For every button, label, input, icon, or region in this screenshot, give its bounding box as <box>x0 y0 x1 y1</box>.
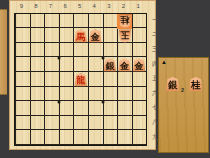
board-square-7九[interactable] <box>44 131 59 146</box>
piece-glyph: 銀 <box>168 79 178 92</box>
board-square-6六[interactable] <box>59 87 74 102</box>
board-square-9八[interactable] <box>15 116 30 131</box>
board-square-2三[interactable] <box>117 43 132 58</box>
board-square-8四[interactable] <box>30 58 45 73</box>
board-square-4八[interactable] <box>88 116 103 131</box>
file-label: 6 <box>58 2 73 11</box>
board-square-5八[interactable] <box>73 116 88 131</box>
board-square-5四[interactable] <box>73 58 88 73</box>
board-square-8九[interactable] <box>30 131 45 146</box>
board-square-3七[interactable] <box>103 102 118 117</box>
rank-label: 一 <box>148 13 162 28</box>
file-label: 5 <box>72 2 87 11</box>
piece-glyph: 龍 <box>76 76 85 86</box>
hand-piece-銀[interactable]: 銀 <box>166 77 179 91</box>
board-square-5三[interactable] <box>73 43 88 58</box>
board-square-6四[interactable] <box>59 58 74 73</box>
board-square-8二[interactable] <box>30 29 45 44</box>
board-square-6八[interactable] <box>59 116 74 131</box>
board-square-4九[interactable] <box>88 131 103 146</box>
board-square-8三[interactable] <box>30 43 45 58</box>
board-square-8五[interactable] <box>30 72 45 87</box>
board-square-8八[interactable] <box>30 116 45 131</box>
board-square-4七[interactable] <box>88 102 103 117</box>
file-label: 2 <box>116 2 131 11</box>
board-square-9四[interactable] <box>15 58 30 73</box>
board-square-1八[interactable] <box>132 116 147 131</box>
rank-label: 二 <box>148 28 162 43</box>
board-square-7八[interactable] <box>44 116 59 131</box>
board-square-1九[interactable] <box>132 131 147 146</box>
board-square-2五[interactable] <box>117 72 132 87</box>
rank-label: 三 <box>148 42 162 57</box>
board-square-9六[interactable] <box>15 87 30 102</box>
board-square-2九[interactable] <box>117 131 132 146</box>
piece-glyph: 桂 <box>120 15 129 25</box>
board-square-6一[interactable] <box>59 14 74 29</box>
board-square-1二[interactable] <box>132 29 147 44</box>
piece-sente-銀-3四[interactable]: 銀 <box>104 58 116 71</box>
hand-piece-桂[interactable]: 桂 <box>189 77 202 91</box>
board-square-5六[interactable] <box>73 87 88 102</box>
board-square-1五[interactable] <box>132 72 147 87</box>
board-square-9九[interactable] <box>15 131 30 146</box>
file-label: 1 <box>131 2 146 11</box>
piece-glyph: 玉 <box>120 30 129 40</box>
shogi-board-grid[interactable]: 桂玉馬金銀金金龍 <box>14 13 147 146</box>
board-square-6二[interactable] <box>59 29 74 44</box>
board-square-3二[interactable] <box>103 29 118 44</box>
board-square-5九[interactable] <box>73 131 88 146</box>
board-square-4五[interactable] <box>88 72 103 87</box>
board-square-1三[interactable] <box>132 43 147 58</box>
board-square-4六[interactable] <box>88 87 103 102</box>
file-label: 8 <box>29 2 44 11</box>
board-square-6七[interactable] <box>59 102 74 117</box>
board-square-6九[interactable] <box>59 131 74 146</box>
piece-sente-馬-5二[interactable]: 馬 <box>74 29 86 42</box>
board-square-5一[interactable] <box>73 14 88 29</box>
piece-glyph: 金 <box>91 32 100 42</box>
board-square-4一[interactable] <box>88 14 103 29</box>
sente-komadai: ▲ 銀2桂 <box>158 57 209 153</box>
piece-sente-金-1四[interactable]: 金 <box>133 58 145 71</box>
board-square-7五[interactable] <box>44 72 59 87</box>
piece-glyph: 桂 <box>191 79 201 92</box>
board-square-7七[interactable] <box>44 102 59 117</box>
file-label: 4 <box>87 2 102 11</box>
hand-piece-count: 2 <box>181 87 184 93</box>
board-square-7四[interactable] <box>44 58 59 73</box>
piece-sente-金-4二[interactable]: 金 <box>89 29 101 42</box>
board-square-3一[interactable] <box>103 14 118 29</box>
board-square-3八[interactable] <box>103 116 118 131</box>
board-square-3三[interactable] <box>103 43 118 58</box>
file-coordinate-labels: 987654321 <box>14 2 145 11</box>
board-square-6五[interactable] <box>59 72 74 87</box>
board-square-9七[interactable] <box>15 102 30 117</box>
board-square-3九[interactable] <box>103 131 118 146</box>
board-square-9五[interactable] <box>15 72 30 87</box>
board-square-9一[interactable] <box>15 14 30 29</box>
board-square-1一[interactable] <box>132 14 147 29</box>
piece-sente-龍-5五[interactable]: 龍 <box>74 73 86 86</box>
gote-komadai-cropped-edge <box>0 9 7 95</box>
file-label: 3 <box>102 2 117 11</box>
board-square-8一[interactable] <box>30 14 45 29</box>
board-square-9二[interactable] <box>15 29 30 44</box>
piece-glyph: 銀 <box>105 61 114 71</box>
board-square-2八[interactable] <box>117 116 132 131</box>
board-square-1六[interactable] <box>132 87 147 102</box>
board-square-3五[interactable] <box>103 72 118 87</box>
board-square-9三[interactable] <box>15 43 30 58</box>
board-square-8六[interactable] <box>30 87 45 102</box>
board-square-3六[interactable] <box>103 87 118 102</box>
screenshot-stage: 987654321 一二三四五六七八九 桂玉馬金銀金金龍 ▲ 銀2桂 <box>0 0 210 158</box>
board-square-1七[interactable] <box>132 102 147 117</box>
piece-glyph: 金 <box>120 61 129 71</box>
piece-glyph: 馬 <box>76 32 85 42</box>
file-label: 9 <box>14 2 29 11</box>
board-square-7二[interactable] <box>44 29 59 44</box>
board-square-2六[interactable] <box>117 87 132 102</box>
piece-glyph: 金 <box>135 61 144 71</box>
board-square-4三[interactable] <box>88 43 103 58</box>
board-square-8七[interactable] <box>30 102 45 117</box>
board-square-6三[interactable] <box>59 43 74 58</box>
sente-turn-mark: ▲ <box>161 58 167 66</box>
board-square-2七[interactable] <box>117 102 132 117</box>
piece-sente-金-2四[interactable]: 金 <box>118 58 130 71</box>
board-square-7一[interactable] <box>44 14 59 29</box>
piece-gote-玉-2二[interactable]: 玉 <box>118 29 130 42</box>
board-square-7六[interactable] <box>44 87 59 102</box>
shogi-board-panel: 987654321 一二三四五六七八九 桂玉馬金銀金金龍 <box>9 0 156 150</box>
file-label: 7 <box>43 2 58 11</box>
board-square-4四[interactable] <box>88 58 103 73</box>
board-square-5七[interactable] <box>73 102 88 117</box>
board-square-7三[interactable] <box>44 43 59 58</box>
